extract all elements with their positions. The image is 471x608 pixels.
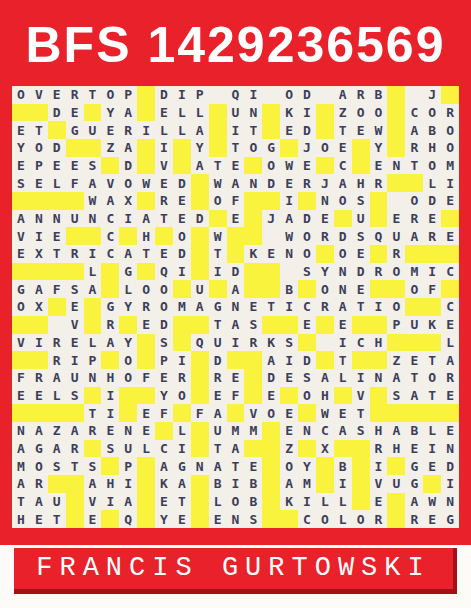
grid-cell xyxy=(191,351,209,369)
grid-cell: E xyxy=(101,121,119,139)
grid-cell: M xyxy=(441,157,459,175)
grid-cell: E xyxy=(155,369,173,387)
grid-cell: T xyxy=(209,245,227,263)
grid-cell: Q xyxy=(191,334,209,352)
grid-cell: H xyxy=(101,475,119,493)
grid-cell xyxy=(316,121,334,139)
grid-cell: E xyxy=(441,316,459,334)
grid-cell: T xyxy=(30,121,48,139)
grid-cell: G xyxy=(173,457,191,475)
grid-cell: N xyxy=(119,422,137,440)
grid-cell xyxy=(423,404,441,422)
grid-cell: O xyxy=(101,86,119,104)
grid-cell xyxy=(262,263,280,281)
grid-cell: I xyxy=(334,334,352,352)
book-title: BFS 1429236569 xyxy=(0,12,471,78)
grid-cell xyxy=(66,404,84,422)
grid-cell: A xyxy=(84,475,102,493)
grid-cell: C xyxy=(441,263,459,281)
grid-cell xyxy=(262,86,280,104)
grid-cell xyxy=(316,86,334,104)
grid-cell xyxy=(387,457,405,475)
grid-cell xyxy=(155,227,173,245)
grid-cell xyxy=(441,404,459,422)
grid-cell: E xyxy=(48,86,66,104)
grid-cell: M xyxy=(227,422,245,440)
grid-cell xyxy=(370,404,388,422)
grid-cell: O xyxy=(352,104,370,122)
grid-cell: N xyxy=(227,510,245,528)
grid-cell: L xyxy=(155,121,173,139)
grid-cell xyxy=(352,440,370,458)
grid-cell xyxy=(405,298,423,316)
grid-cell: O xyxy=(119,369,137,387)
grid-cell: T xyxy=(352,404,370,422)
grid-cell: A xyxy=(405,493,423,511)
grid-cell: E xyxy=(48,157,66,175)
grid-cell xyxy=(352,457,370,475)
grid-cell: N xyxy=(370,369,388,387)
grid-cell: B xyxy=(209,475,227,493)
grid-cell: C xyxy=(298,510,316,528)
grid-cell: O xyxy=(316,139,334,157)
grid-cell: E xyxy=(101,422,119,440)
grid-cell: T xyxy=(227,139,245,157)
grid-cell xyxy=(244,263,262,281)
grid-cell xyxy=(262,316,280,334)
grid-cell: E xyxy=(30,387,48,405)
grid-cell: B xyxy=(244,475,262,493)
grid-cell xyxy=(101,157,119,175)
grid-cell: E xyxy=(66,298,84,316)
grid-cell xyxy=(334,387,352,405)
grid-cell xyxy=(84,139,102,157)
grid-cell xyxy=(405,174,423,192)
grid-cell: N xyxy=(244,104,262,122)
grid-cell: G xyxy=(66,121,84,139)
grid-cell xyxy=(370,245,388,263)
grid-cell xyxy=(137,263,155,281)
grid-cell xyxy=(191,387,209,405)
grid-cell xyxy=(280,139,298,157)
grid-cell xyxy=(66,192,84,210)
grid-cell: A xyxy=(119,493,137,511)
grid-cell: S xyxy=(298,369,316,387)
grid-cell: A xyxy=(137,210,155,228)
grid-cell xyxy=(48,404,66,422)
grid-cell: I xyxy=(441,475,459,493)
grid-cell xyxy=(387,174,405,192)
grid-cell: M xyxy=(244,422,262,440)
grid-cell xyxy=(137,351,155,369)
grid-cell xyxy=(423,475,441,493)
grid-cell xyxy=(316,351,334,369)
grid-cell: D xyxy=(48,139,66,157)
grid-cell xyxy=(387,334,405,352)
grid-cell: T xyxy=(209,316,227,334)
grid-cell: E xyxy=(423,510,441,528)
grid-cell: I xyxy=(352,369,370,387)
grid-cell: N xyxy=(30,210,48,228)
grid-cell: S xyxy=(244,510,262,528)
grid-cell xyxy=(262,422,280,440)
grid-cell: Y xyxy=(119,298,137,316)
grid-cell xyxy=(191,263,209,281)
grid-cell xyxy=(66,227,84,245)
grid-cell: R xyxy=(244,334,262,352)
grid-cell xyxy=(370,351,388,369)
grid-cell xyxy=(209,139,227,157)
grid-cell xyxy=(12,404,30,422)
grid-cell: U xyxy=(209,334,227,352)
grid-cell: E xyxy=(280,422,298,440)
grid-cell xyxy=(387,104,405,122)
grid-cell: B xyxy=(280,280,298,298)
grid-cell xyxy=(298,280,316,298)
grid-cell: U xyxy=(66,369,84,387)
grid-cell: A xyxy=(280,210,298,228)
grid-cell xyxy=(352,475,370,493)
grid-cell xyxy=(262,493,280,511)
grid-cell: Y xyxy=(101,104,119,122)
grid-cell: Q xyxy=(155,263,173,281)
grid-cell: E xyxy=(334,139,352,157)
grid-cell: I xyxy=(227,475,245,493)
grid-cell: W xyxy=(423,493,441,511)
grid-cell: E xyxy=(280,174,298,192)
grid-cell: I xyxy=(119,210,137,228)
grid-cell: A xyxy=(227,174,245,192)
grid-cell: R xyxy=(423,227,441,245)
grid-cell: Y xyxy=(119,334,137,352)
grid-cell xyxy=(119,227,137,245)
grid-cell: E xyxy=(280,404,298,422)
grid-cell: O xyxy=(441,121,459,139)
grid-cell: E xyxy=(298,157,316,175)
grid-cell: I xyxy=(298,104,316,122)
grid-cell xyxy=(262,104,280,122)
grid-cell xyxy=(352,316,370,334)
grid-cell: K xyxy=(280,104,298,122)
grid-cell: N xyxy=(48,210,66,228)
grid-cell: I xyxy=(423,263,441,281)
grid-cell: E xyxy=(227,157,245,175)
grid-cell: O xyxy=(173,227,191,245)
grid-cell: T xyxy=(12,493,30,511)
grid-cell: U xyxy=(387,227,405,245)
grid-cell: A xyxy=(30,422,48,440)
grid-cell: E xyxy=(209,387,227,405)
grid-cell: O xyxy=(298,227,316,245)
grid-cell: R xyxy=(316,227,334,245)
grid-cell xyxy=(209,210,227,228)
grid-cell: R xyxy=(101,316,119,334)
grid-cell: R xyxy=(119,121,137,139)
grid-cell: I xyxy=(280,351,298,369)
grid-cell: N xyxy=(334,263,352,281)
grid-cell xyxy=(280,263,298,281)
grid-cell xyxy=(370,316,388,334)
grid-cell: A xyxy=(387,369,405,387)
grid-cell: D xyxy=(173,245,191,263)
grid-cell: R xyxy=(370,510,388,528)
grid-cell: C xyxy=(155,440,173,458)
grid-cell xyxy=(209,280,227,298)
grid-cell xyxy=(387,139,405,157)
grid-cell: S xyxy=(66,387,84,405)
grid-cell xyxy=(209,86,227,104)
grid-cell: C xyxy=(316,422,334,440)
grid-cell: A xyxy=(227,280,245,298)
grid-cell: E xyxy=(262,245,280,263)
grid-cell xyxy=(405,245,423,263)
grid-cell: R xyxy=(352,86,370,104)
grid-cell xyxy=(12,104,30,122)
grid-cell xyxy=(262,280,280,298)
grid-cell: O xyxy=(316,510,334,528)
grid-cell: H xyxy=(316,387,334,405)
grid-cell xyxy=(173,157,191,175)
grid-cell xyxy=(30,351,48,369)
grid-cell xyxy=(66,475,84,493)
grid-cell: D xyxy=(155,316,173,334)
grid-cell: I xyxy=(370,457,388,475)
grid-cell: E xyxy=(137,404,155,422)
grid-cell: R xyxy=(370,174,388,192)
grid-cell: U xyxy=(227,104,245,122)
grid-cell: F xyxy=(137,369,155,387)
grid-cell xyxy=(352,493,370,511)
grid-cell xyxy=(244,280,262,298)
grid-cell: A xyxy=(316,369,334,387)
grid-cell xyxy=(137,86,155,104)
grid-cell: N xyxy=(441,493,459,511)
grid-cell xyxy=(244,351,262,369)
grid-cell: R xyxy=(30,369,48,387)
grid-cell: Y xyxy=(12,139,30,157)
grid-cell xyxy=(191,510,209,528)
grid-cell: O xyxy=(387,263,405,281)
grid-cell: S xyxy=(244,316,262,334)
grid-cell: U xyxy=(84,121,102,139)
grid-cell: N xyxy=(441,440,459,458)
grid-cell xyxy=(244,157,262,175)
grid-cell: E xyxy=(280,369,298,387)
grid-cell: T xyxy=(137,245,155,263)
grid-cell: O xyxy=(423,157,441,175)
grid-cell xyxy=(101,263,119,281)
grid-cell: N xyxy=(298,422,316,440)
grid-cell: E xyxy=(12,157,30,175)
grid-cell: N xyxy=(84,369,102,387)
grid-cell: E xyxy=(316,210,334,228)
grid-cell: I xyxy=(155,139,173,157)
book-cover: BFS 1429236569 OVERTOPDIPQIODARBJDEYAELL… xyxy=(0,0,471,608)
grid-cell: A xyxy=(405,121,423,139)
grid-cell: Y xyxy=(370,139,388,157)
grid-cell: O xyxy=(423,369,441,387)
grid-cell xyxy=(423,298,441,316)
grid-cell: I xyxy=(66,351,84,369)
grid-cell: L xyxy=(84,263,102,281)
grid-cell: O xyxy=(155,298,173,316)
grid-cell: R xyxy=(30,475,48,493)
grid-cell: A xyxy=(191,298,209,316)
grid-cell: R xyxy=(441,369,459,387)
grid-cell: Z xyxy=(334,104,352,122)
grid-cell xyxy=(244,227,262,245)
grid-cell: L xyxy=(316,493,334,511)
grid-cell xyxy=(101,351,119,369)
grid-cell xyxy=(66,510,84,528)
grid-cell: I xyxy=(280,298,298,316)
grid-cell: E xyxy=(12,121,30,139)
grid-cell: T xyxy=(66,457,84,475)
grid-cell: M xyxy=(405,263,423,281)
grid-cell: I xyxy=(173,263,191,281)
grid-cell: E xyxy=(370,493,388,511)
grid-cell: S xyxy=(155,334,173,352)
bottom-band: FRANCIS GURTOWSKI xyxy=(0,545,471,608)
grid-cell: V xyxy=(155,157,173,175)
grid-cell: L xyxy=(191,104,209,122)
grid-cell xyxy=(387,192,405,210)
grid-cell: E xyxy=(405,440,423,458)
grid-cell: D xyxy=(298,210,316,228)
grid-cell xyxy=(101,457,119,475)
grid-cell xyxy=(137,493,155,511)
grid-cell xyxy=(334,440,352,458)
grid-cell: R xyxy=(155,192,173,210)
grid-cell: O xyxy=(262,157,280,175)
grid-cell: A xyxy=(12,440,30,458)
grid-cell: N xyxy=(387,157,405,175)
grid-cell: B xyxy=(423,121,441,139)
grid-cell: K xyxy=(244,245,262,263)
grid-cell: R xyxy=(387,245,405,263)
grid-cell: Y xyxy=(298,457,316,475)
grid-cell: E xyxy=(352,280,370,298)
grid-cell xyxy=(262,510,280,528)
grid-cell: G xyxy=(101,298,119,316)
grid-cell xyxy=(244,192,262,210)
grid-cell: L xyxy=(119,280,137,298)
grid-cell xyxy=(387,510,405,528)
grid-cell: D xyxy=(119,157,137,175)
grid-cell: T xyxy=(334,121,352,139)
grid-cell: E xyxy=(173,192,191,210)
grid-cell: N xyxy=(316,192,334,210)
grid-cell: D xyxy=(441,457,459,475)
grid-cell xyxy=(30,316,48,334)
grid-cell xyxy=(227,227,245,245)
grid-cell xyxy=(155,422,173,440)
grid-cell: W xyxy=(137,174,155,192)
grid-cell: C xyxy=(101,210,119,228)
grid-cell: A xyxy=(101,192,119,210)
grid-cell: O xyxy=(262,404,280,422)
grid-cell: O xyxy=(119,351,137,369)
grid-cell xyxy=(84,316,102,334)
grid-cell: E xyxy=(352,121,370,139)
grid-cell: T xyxy=(84,86,102,104)
grid-cell xyxy=(441,210,459,228)
grid-cell xyxy=(30,263,48,281)
grid-cell xyxy=(66,139,84,157)
grid-cell: O xyxy=(352,510,370,528)
grid-cell xyxy=(227,351,245,369)
grid-cell xyxy=(244,210,262,228)
grid-cell xyxy=(12,263,30,281)
grid-cell: E xyxy=(173,510,191,528)
grid-cell: T xyxy=(405,369,423,387)
grid-cell: C xyxy=(298,298,316,316)
grid-cell: I xyxy=(119,475,137,493)
grid-cell xyxy=(370,280,388,298)
grid-cell: C xyxy=(441,298,459,316)
grid-cell: D xyxy=(48,104,66,122)
grid-cell: F xyxy=(423,280,441,298)
grid-cell xyxy=(84,298,102,316)
grid-cell xyxy=(441,86,459,104)
grid-cell: T xyxy=(334,351,352,369)
grid-cell: T xyxy=(262,298,280,316)
grid-cell: H xyxy=(352,174,370,192)
grid-cell xyxy=(66,493,84,511)
grid-cell: L xyxy=(441,334,459,352)
grid-cell: I xyxy=(227,121,245,139)
grid-cell: E xyxy=(244,457,262,475)
grid-cell: E xyxy=(352,245,370,263)
grid-cell: E xyxy=(155,174,173,192)
grid-cell: E xyxy=(423,457,441,475)
grid-cell: L xyxy=(173,422,191,440)
grid-cell xyxy=(48,121,66,139)
grid-cell: O xyxy=(316,280,334,298)
grid-cell xyxy=(370,387,388,405)
grid-cell xyxy=(405,334,423,352)
grid-cell: V xyxy=(66,316,84,334)
grid-cell: E xyxy=(423,210,441,228)
grid-cell: A xyxy=(30,493,48,511)
grid-cell: E xyxy=(84,510,102,528)
grid-cell xyxy=(48,263,66,281)
grid-cell: O xyxy=(119,174,137,192)
grid-cell: Q xyxy=(370,227,388,245)
grid-cell xyxy=(316,457,334,475)
grid-cell: R xyxy=(370,440,388,458)
grid-cell xyxy=(244,387,262,405)
grid-cell: R xyxy=(316,298,334,316)
grid-cell xyxy=(209,104,227,122)
grid-cell: E xyxy=(227,369,245,387)
grid-cell: U xyxy=(352,210,370,228)
grid-cell: R xyxy=(405,139,423,157)
grid-cell: E xyxy=(334,404,352,422)
grid-cell xyxy=(30,192,48,210)
grid-cell: D xyxy=(352,263,370,281)
grid-cell: O xyxy=(334,192,352,210)
grid-cell: P xyxy=(119,457,137,475)
grid-cell: E xyxy=(173,210,191,228)
grid-cell: X xyxy=(30,245,48,263)
grid-cell: S xyxy=(352,192,370,210)
grid-cell: E xyxy=(405,351,423,369)
grid-cell: O xyxy=(12,298,30,316)
grid-cell: E xyxy=(209,510,227,528)
grid-cell: G xyxy=(441,510,459,528)
grid-cell: R xyxy=(66,86,84,104)
